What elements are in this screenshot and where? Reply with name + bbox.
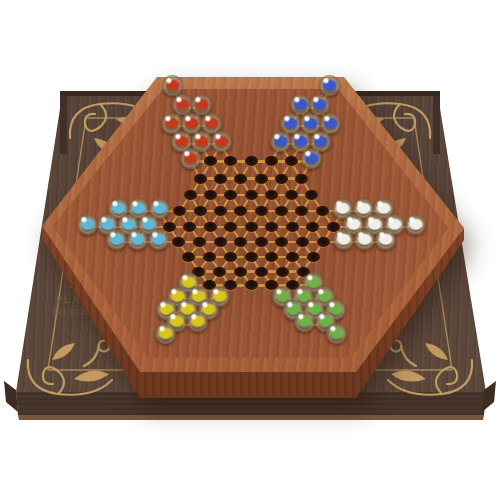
grid-line-dash [197, 194, 205, 196]
marble-red [211, 131, 232, 152]
marble-blue [290, 94, 311, 115]
grid-line-dash [233, 183, 239, 191]
board-hole [204, 222, 217, 232]
board-hole [234, 174, 247, 184]
board-hole [307, 252, 320, 262]
grid-line-dash [263, 166, 269, 174]
grid-line-dash [195, 256, 203, 258]
board-hole [265, 190, 278, 200]
chinese-checkers-board [0, 0, 500, 500]
marble-cyan [106, 229, 127, 250]
grid-line-dash [216, 256, 224, 258]
grid-line-dash [247, 241, 255, 243]
marble-cyan [148, 229, 169, 250]
grid-line-dash [258, 284, 266, 286]
marble-white [375, 229, 396, 250]
grid-line-dash [268, 241, 276, 243]
board-hole [296, 237, 309, 247]
grid-line-dash [277, 160, 285, 162]
board-hole [183, 222, 196, 232]
grid-line-dash [217, 226, 225, 228]
marble-yellow [187, 311, 208, 332]
board-hole [255, 174, 268, 184]
grid-line-dash [237, 160, 245, 162]
grid-line-dash [319, 226, 327, 228]
grid-line-dash [288, 241, 296, 243]
grid-line-dash [298, 194, 306, 196]
board-hole [234, 267, 247, 277]
grid-line-dash [243, 166, 249, 174]
grid-line-dash [257, 160, 265, 162]
grid-line-dash [289, 270, 297, 272]
board-hole [295, 174, 308, 184]
board-hole [275, 206, 288, 216]
grid-line-dash [176, 226, 184, 228]
grid-line-dash [226, 270, 234, 272]
board-hole [224, 190, 237, 200]
grid-line-dash [288, 210, 296, 212]
grid-line-dash [294, 183, 300, 191]
board-hole [245, 156, 258, 166]
grid-line-dash [223, 166, 229, 174]
board-hole [213, 267, 226, 277]
board-hole [224, 222, 237, 232]
grid-line-dash [213, 166, 219, 174]
grid-line-dash [192, 183, 198, 191]
grid-line-dash [206, 210, 214, 212]
grid-line-dash [273, 166, 279, 174]
board-hole [204, 190, 217, 200]
board-hole [265, 156, 278, 166]
board-hole [255, 267, 268, 277]
marble-cyan [77, 214, 98, 235]
marble-green [326, 323, 347, 344]
grid-line-dash [268, 270, 276, 272]
grid-line-dash [308, 210, 316, 212]
grid-line-dash [203, 166, 209, 174]
grid-line-dash [217, 194, 225, 196]
grid-line-dash [293, 166, 299, 174]
marble-white [333, 229, 354, 250]
marble-yellow [155, 323, 176, 344]
marble-blue [270, 131, 291, 152]
grid-line-dash [237, 194, 245, 196]
grid-line-dash [278, 256, 286, 258]
marble-red [191, 94, 212, 115]
grid-line-dash [258, 256, 266, 258]
board-hole [214, 206, 227, 216]
board-hole [245, 280, 258, 290]
grid-line-dash [186, 210, 194, 212]
board-hole [193, 237, 206, 247]
board-hole [194, 206, 207, 216]
board-hole [306, 222, 319, 232]
board-hole [305, 190, 318, 200]
grid-line-dash [233, 166, 239, 174]
board-hole [255, 206, 268, 216]
board-hole [214, 174, 227, 184]
grid-line-dash [247, 210, 255, 212]
marble-blue [301, 148, 322, 169]
board-cells-layer [0, 0, 500, 500]
board-hole [317, 237, 330, 247]
board-hole [245, 252, 258, 262]
board-hole [224, 156, 237, 166]
grid-line-dash [253, 166, 259, 174]
board-hole [224, 252, 237, 262]
board-hole [295, 206, 308, 216]
grid-line-dash [213, 183, 219, 191]
grid-line-dash [196, 226, 204, 228]
board-hole [204, 156, 217, 166]
board-hole [184, 190, 197, 200]
grid-line-dash [309, 241, 317, 243]
marble-red [180, 148, 201, 169]
marble-cyan [127, 229, 148, 250]
scene: 2 PLAYE NO:T32G NA RBLES [0, 0, 500, 500]
board-hole [194, 174, 207, 184]
grid-line-dash [278, 194, 286, 196]
grid-line-dash [247, 177, 255, 179]
board-hole [316, 206, 329, 216]
grid-line-dash [283, 166, 289, 174]
grid-line-dash [247, 270, 255, 272]
board-hole [245, 222, 258, 232]
grid-line-dash [288, 177, 296, 179]
grid-line-dash [257, 194, 265, 196]
marble-green [294, 311, 315, 332]
board-hole [265, 222, 278, 232]
board-hole [285, 190, 298, 200]
marble-white [405, 214, 426, 235]
board-hole [172, 237, 185, 247]
board-hole [214, 237, 227, 247]
grid-line-dash [267, 177, 275, 179]
board-hole [234, 237, 247, 247]
board-hole [173, 206, 186, 216]
grid-line-dash [227, 210, 235, 212]
grid-line-dash [299, 256, 307, 258]
grid-line-dash [206, 241, 214, 243]
marble-white [354, 229, 375, 250]
grid-line-dash [268, 210, 276, 212]
board-hole [234, 206, 247, 216]
grid-line-dash [227, 241, 235, 243]
marble-blue [309, 94, 330, 115]
grid-line-dash [237, 284, 245, 286]
board-hole [275, 237, 288, 247]
board-hole [286, 222, 299, 232]
grid-line-dash [237, 256, 245, 258]
grid-line-dash [278, 226, 286, 228]
grid-line-dash [258, 226, 266, 228]
grid-line-dash [206, 270, 214, 272]
board-hole [255, 237, 268, 247]
board-hole [276, 267, 289, 277]
grid-line-dash [185, 241, 193, 243]
grid-line-dash [299, 226, 307, 228]
board-hole [275, 174, 288, 184]
grid-line-dash [237, 226, 245, 228]
board-hole [245, 190, 258, 200]
board-hole [285, 156, 298, 166]
